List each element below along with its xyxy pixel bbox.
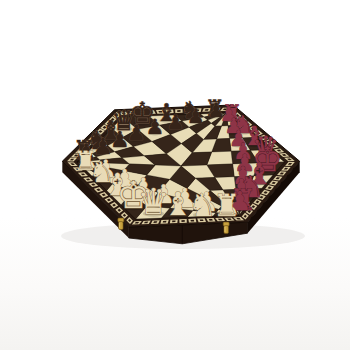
black-pawn[interactable]: ♟ [166,110,184,134]
product-photo: ♜♟♞♜♟♝♟♚♟♛♞♟♟♝♟♝♟♟♞♟♛♜♟♟♟♜♚♟♟♞♝♟♟♝♟♞♟♟♟♚… [0,0,350,350]
black-pawn[interactable]: ♟ [146,115,165,139]
brass-clasp-right [223,222,229,234]
white-knight[interactable]: ♞ [188,187,216,223]
black-pawn[interactable]: ♟ [187,104,205,128]
brass-clasp-left [118,218,124,230]
three-player-chess-board: ♜♟♞♜♟♝♟♚♟♛♞♟♟♝♟♝♟♟♞♟♛♜♟♟♟♜♚♟♟♞♝♟♟♝♟♞♟♟♟♚… [0,0,350,350]
black-pawn[interactable]: ♟ [127,120,146,145]
white-rook[interactable]: ♜ [213,188,240,223]
